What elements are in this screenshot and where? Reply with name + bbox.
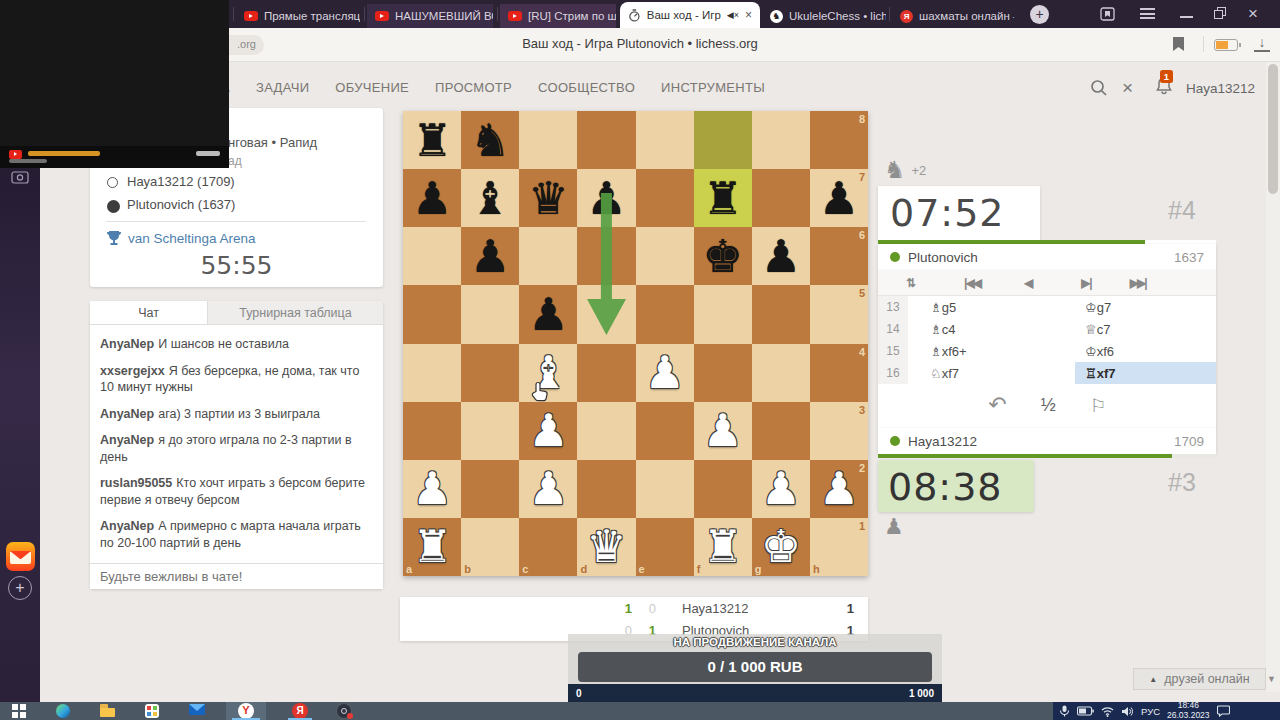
square-g1[interactable]: ♚g [752,518,810,576]
square-b7[interactable]: ♝ [461,169,519,227]
square-h1[interactable]: h1 [810,518,868,576]
system-tray: РУС 18:4626.03.2023 [1053,702,1280,720]
browser-tab-3[interactable]: [RU] Стрим по шах [500,4,616,28]
tab-title: UkuleleChess • liche [789,10,886,22]
captured-knight-icon: ♞ [884,156,906,184]
tray-clock[interactable]: 18:4626.03.2023 [1167,701,1210,720]
tray-date: 26.03.2023 [1167,710,1210,720]
square-a6[interactable] [403,227,461,285]
page-scrollbar[interactable]: ▼ [1266,62,1280,692]
chat-messages: AnyaNepИ шансов не оставила xxsergejxxЯ … [90,326,383,563]
chat-card: Чат Турнирная таблица AnyaNepИ шансов не… [90,301,383,589]
tournament-rank-top: #4 [1168,196,1196,225]
square-e3[interactable] [636,402,694,460]
arena-link[interactable]: van Scheltinga Arena [128,231,256,246]
clock-bottom: 08:38 [878,460,1034,512]
rank-label: 1 [859,520,865,532]
tab-title: НАШУМЕВШИЙ ВС [395,10,493,22]
score-col2: 0 [632,601,656,616]
clock-top-digits: 07:52 [890,191,1005,235]
next-move-button[interactable]: ▶| [1081,276,1092,290]
nav-item-tools[interactable]: ИНСТРУМЕНТЫ [661,80,765,95]
black-pawn: ♟ [577,169,635,227]
player-row-bottom[interactable]: Haya13212 1709 [878,428,1216,454]
trophy-icon [106,230,122,245]
screenshot-camera-icon[interactable] [11,170,29,185]
square-h8[interactable]: 8 [810,111,868,169]
youtube-icon [9,150,22,159]
square-a5[interactable] [403,285,461,343]
move-row: 15 ♗xf6+ ♔xf6 [878,340,1216,362]
browser-tab-5[interactable]: ♞ UkuleleChess • liche [762,4,886,28]
square-g3[interactable] [752,402,810,460]
game-time-ago-label: ад [228,154,242,168]
black-rook: ♜ [403,111,461,169]
move-white[interactable]: ♗g5 [908,300,1075,315]
chat-tabs: Чат Турнирная таблица [90,301,383,325]
stream-caption-text [28,151,100,156]
black-bishop: ♝ [461,169,519,227]
square-d3[interactable] [577,402,635,460]
square-f7[interactable]: ♜ [694,169,752,227]
black-rook: ♜ [694,169,752,227]
speaker-icon[interactable] [1121,706,1134,717]
white-pawn: ♟ [519,402,577,460]
square-b6[interactable]: ♟ [461,227,519,285]
square-c7[interactable]: ♛ [519,169,577,227]
file-label: b [464,563,471,575]
rank-label: 7 [859,171,865,183]
youtube-icon [244,11,258,21]
chat-message: AnyaNepага) 3 партии из 3 выиграла [90,406,383,423]
yandex-mail-shortcut-icon[interactable] [6,542,35,571]
stream-webcam-overlay [0,0,229,168]
white-bishop: ♝ [519,344,577,402]
move-panel: ⇅ |◀◀ ◀ ▶| ▶▶| 13 ♗g5 ♔g7 14 ♗c4 ♕c7 15 … [878,270,1216,428]
tab-title: шахматы онлайн — [919,10,1014,22]
square-d5[interactable] [577,285,635,343]
mail-icon[interactable] [189,704,204,718]
nav-item-watch[interactable]: ПРОСМОТР [435,80,512,95]
rank-label: 5 [859,287,865,299]
donation-title: НА ПРОДВИЖЕНИЕ КАНАЛА [568,636,942,648]
online-dot [890,436,900,446]
prev-move-button[interactable]: ◀ [1024,276,1033,290]
square-d4[interactable] [577,344,635,402]
square-h7[interactable]: ♟7 [810,169,868,227]
move-number: 14 [878,318,908,340]
black-king: ♚ [694,227,752,285]
file-label: a [406,563,412,575]
notification-center-icon[interactable] [1217,705,1230,717]
material-value: +2 [912,163,927,178]
minimize-button[interactable] [1180,16,1193,18]
square-h4[interactable]: 4 [810,344,868,402]
square-h3[interactable]: 3 [810,402,868,460]
first-move-button[interactable]: |◀◀ [964,276,980,290]
move-number: 13 [878,296,908,318]
add-panel-button[interactable]: + [8,576,32,600]
youtube-icon [508,11,522,21]
scrollbar-down-arrow[interactable]: ▼ [1267,674,1276,684]
square-b8[interactable]: ♞ [461,111,519,169]
move-black[interactable]: ♔g7 [1075,296,1216,318]
move-black-active[interactable]: ♖xf7 [1075,362,1216,384]
restore-button[interactable] [1214,7,1227,20]
black-pawn: ♟ [461,227,519,285]
notifications-bell[interactable]: 1 [1154,76,1174,100]
tournament-rank-bottom: #3 [1168,468,1196,497]
yandex-browser-icon[interactable]: Y [238,703,254,719]
tab-chat[interactable]: Чат [90,301,207,324]
screen: Прямые трансляци НАШУМЕВШИЙ ВС [RU] Стри… [0,0,1280,720]
tab-title: Прямые трансляци [264,10,360,22]
menu-icon[interactable] [1140,8,1155,19]
browser-tab-2[interactable]: НАШУМЕВШИЙ ВС [367,4,493,28]
material-advantage-top: ♞ +2 [884,156,926,184]
square-b4[interactable] [461,344,519,402]
tab-tournament-standings[interactable]: Турнирная таблица [207,301,383,324]
clock-bottom-digits: 08:38 [888,465,1003,509]
square-a4[interactable] [403,344,461,402]
square-b1[interactable]: b [461,518,519,576]
wifi-icon[interactable] [1101,706,1114,717]
donation-scale-min: 0 [576,688,582,699]
black-player-line: Plutonovich (1637) [127,197,235,212]
square-e1[interactable]: e [636,518,694,576]
clock-bar-bottom [878,454,1216,458]
score-player-name: Haya13212 [682,601,749,616]
stream-timestamp-text [196,151,220,156]
file-label: h [813,563,820,575]
offer-draw-button[interactable]: ½ [1041,395,1056,416]
chat-message: AnyaNepя до этого играла по 2-3 партии в… [90,432,383,465]
move-white[interactable]: ♗xf6+ [908,344,1075,359]
challenge-cross-icon[interactable]: × [1122,77,1133,99]
square-g2[interactable]: ♟ [752,460,810,518]
game-mode-label: нговая • Рапид [228,135,317,150]
battery-icon[interactable] [1214,39,1238,51]
white-pawn: ♟ [694,402,752,460]
rank-label: 4 [859,346,865,358]
edge-icon[interactable] [56,704,70,718]
square-h5[interactable]: 5 [810,285,868,343]
friends-online-bar[interactable]: ▲ друзей онлайн [1133,668,1266,690]
square-c5[interactable]: ♟ [519,285,577,343]
square-d6[interactable] [577,227,635,285]
square-g8[interactable] [752,111,810,169]
player-name: Haya13212 [908,434,977,449]
square-e2[interactable] [636,460,694,518]
score-row[interactable]: 1 0 Haya13212 1 [400,597,868,619]
square-c2[interactable]: ♟ [519,460,577,518]
rank-label: 8 [859,113,865,125]
file-label: e [639,563,645,575]
square-c3[interactable]: ♟ [519,402,577,460]
white-rook: ♜ [694,518,752,576]
move-white[interactable]: ♘xf7 [908,366,1075,381]
keyboard-language[interactable]: РУС [1141,706,1160,717]
white-color-disc [107,177,118,188]
online-dot [890,252,900,262]
square-a2[interactable]: ♟ [403,460,461,518]
donation-scale-max: 1 000 [909,688,934,699]
square-h2[interactable]: ♟2 [810,460,868,518]
square-c1[interactable]: c [519,518,577,576]
square-d7[interactable]: ♟ [577,169,635,227]
player-row-top[interactable]: Plutonovich 1637 [878,244,1216,270]
tab-close-icon[interactable]: × [745,8,752,22]
close-button[interactable]: × [1248,4,1258,24]
stopwatch-icon [628,9,641,22]
bookmarks-panel-icon[interactable] [1100,7,1115,21]
square-c6[interactable] [519,227,577,285]
black-pawn: ♟ [403,169,461,227]
square-h6[interactable]: 6 [810,227,868,285]
file-label: d [580,563,587,575]
square-g4[interactable] [752,344,810,402]
file-label: c [522,563,528,575]
move-row: 16 ♘xf7 ♖xf7 [878,362,1216,384]
file-label: f [697,563,701,575]
download-icon[interactable]: ↓ [1254,34,1270,52]
player-name: Plutonovich [908,250,978,265]
stream-subcaption-text [9,159,47,163]
square-a8[interactable]: ♜ [403,111,461,169]
square-c8[interactable] [519,111,577,169]
file-explorer-icon[interactable] [100,704,115,718]
move-white[interactable]: ♗c4 [908,322,1075,337]
browser-tab-6[interactable]: Я шахматы онлайн — [892,4,1014,28]
black-pawn: ♟ [519,285,577,343]
bookmark-icon[interactable] [1172,36,1185,52]
black-queen: ♛ [519,169,577,227]
square-f6[interactable]: ♚ [694,227,752,285]
square-f1[interactable]: ♜f [694,518,752,576]
move-row: 14 ♗c4 ♕c7 [878,318,1216,340]
square-a3[interactable] [403,402,461,460]
site-nav: ИГРА ЗАДАЧИ ОБУЧЕНИЕ ПРОСМОТР СООБЩЕСТВО… [196,80,765,95]
search-icon[interactable] [1090,79,1108,97]
square-e6[interactable] [636,227,694,285]
player-rating: 1709 [1174,434,1204,449]
square-g5[interactable] [752,285,810,343]
rank-label: 2 [859,462,865,474]
chat-message: AnyaNepИ шансов не оставила [90,336,383,353]
notification-badge: 1 [1160,70,1173,83]
youtube-icon [375,11,389,21]
square-e8[interactable] [636,111,694,169]
white-player-line: Haya13212 (1709) [127,174,235,189]
move-black[interactable]: ♕c7 [1075,318,1216,340]
black-color-disc [107,200,120,213]
black-pawn: ♟ [752,227,810,285]
yandex-app-icon[interactable]: Я [292,703,308,719]
score-total: 1 [847,601,854,616]
start-button[interactable] [12,704,27,718]
square-f5[interactable] [694,285,752,343]
rank-label: 3 [859,404,865,416]
mic-icon[interactable] [1059,705,1070,717]
square-a7[interactable]: ♟ [403,169,461,227]
yandex-icon: Я [900,10,913,23]
square-e5[interactable] [636,285,694,343]
square-a1[interactable]: ♜a [403,518,461,576]
score-col1: 1 [610,601,632,616]
square-g6[interactable]: ♟ [752,227,810,285]
lichess-icon: ♞ [770,10,783,23]
move-black[interactable]: ♔xf6 [1075,340,1216,362]
square-b3[interactable] [461,402,519,460]
chat-message: xxsergejxxЯ без берсерка, не дома, так ч… [90,363,383,396]
tab-title: [RU] Стрим по шах [528,10,616,22]
scrollbar-thumb[interactable] [1268,64,1278,194]
flip-board-button[interactable]: ⇅ [906,276,916,290]
tab-title: Ваш ход - Игр [647,9,721,21]
tray-time: 18:46 [1178,700,1199,710]
browser-tab-1[interactable]: Прямые трансляци [236,4,360,28]
store-icon[interactable] [145,704,159,718]
arena-clock: 55:55 [90,251,383,280]
chat-message: AnyaNepА примерно с марта начала играть … [90,518,383,551]
square-f2[interactable] [694,460,752,518]
square-b5[interactable] [461,285,519,343]
donation-amount-bar: 0 / 1 000 RUB [578,652,932,682]
nav-item-community[interactable]: СООБЩЕСТВО [538,80,635,95]
donation-overlay: НА ПРОДВИЖЕНИЕ КАНАЛА 0 / 1 000 RUB 0 1 … [568,634,942,702]
white-pawn: ♟ [636,344,694,402]
last-move-button[interactable]: ▶▶| [1130,276,1146,290]
square-f8[interactable] [694,111,752,169]
browser-tab-active[interactable]: Ваш ход - Игр ◀× × [620,2,760,28]
chevron-up-icon: ▲ [1149,675,1157,684]
square-f3[interactable]: ♟ [694,402,752,460]
user-menu[interactable]: Haya13212 [1186,81,1255,96]
resign-flag-button[interactable]: ⚐ [1090,395,1106,416]
square-e4[interactable]: ♟ [636,344,694,402]
nav-item-learn[interactable]: ОБУЧЕНИЕ [335,80,409,95]
white-pawn: ♟ [752,460,810,518]
square-d8[interactable] [577,111,635,169]
obs-icon[interactable] [336,703,352,719]
tab-muted-speaker-icon[interactable]: ◀× [727,10,739,20]
move-row: 13 ♗g5 ♔g7 [878,296,1216,318]
friends-online-label: друзей онлайн [1164,672,1249,686]
battery-tray-icon[interactable] [1077,706,1094,716]
rank-label: 6 [859,229,865,241]
takeback-button[interactable]: ↶ [988,392,1006,418]
move-number: 16 [878,362,908,384]
chat-input[interactable] [90,563,383,589]
white-pawn: ♟ [403,460,461,518]
white-pawn: ♟ [519,460,577,518]
square-g7[interactable] [752,169,810,227]
captured-pawn-icon: ♟ [884,514,904,539]
square-f4[interactable] [694,344,752,402]
new-tab-button[interactable]: + [1030,5,1049,24]
black-knight: ♞ [461,111,519,169]
square-c4[interactable]: ♝ [519,344,577,402]
clock-top: 07:52 [878,186,1040,240]
square-d1[interactable]: ♛d [577,518,635,576]
square-e7[interactable] [636,169,694,227]
nav-item-puzzles[interactable]: ЗАДАЧИ [256,80,309,95]
chat-message: ruslan95055Кто хочт играть з берсом бери… [90,475,383,508]
square-b2[interactable] [461,460,519,518]
move-number: 15 [878,340,908,362]
square-d2[interactable] [577,460,635,518]
chess-board: ♜♞8♟♝♛♟♜♟7♟♚♟6♟5♝♟4♟♟3♟♟♟♟2♜abc♛de♜f♚gh1 [403,111,868,576]
player-rating: 1637 [1174,250,1204,265]
file-label: g [755,563,762,575]
